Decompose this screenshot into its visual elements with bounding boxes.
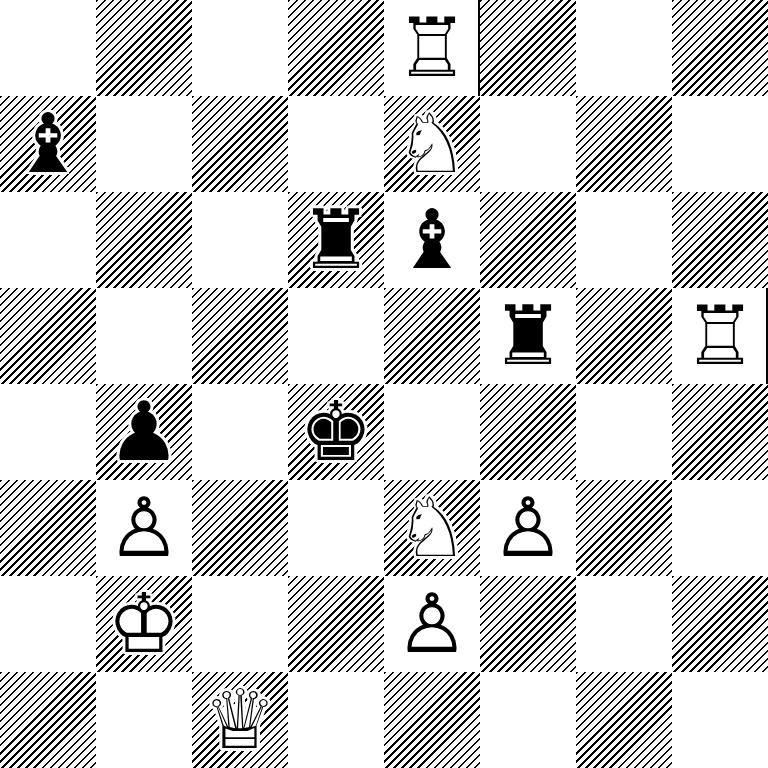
square-e1[interactable]: [384, 672, 480, 768]
black-king-icon: ♚: [288, 384, 384, 480]
white-pawn-icon: ♙: [480, 480, 576, 576]
square-e6[interactable]: ♝♝: [384, 192, 480, 288]
square-c6[interactable]: [192, 192, 288, 288]
square-f4[interactable]: [480, 384, 576, 480]
white-king-b2[interactable]: ♚♔: [96, 576, 192, 672]
square-b4[interactable]: ♟♟: [96, 384, 192, 480]
white-pawn-e2[interactable]: ♟♙: [384, 576, 480, 672]
square-b2[interactable]: ♚♔: [96, 576, 192, 672]
chess-board: ♜♖♝♝♞♘♜♜♝♝♜♜♜♖♟♟♚♚♟♙♞♘♟♙♚♔♟♙♛♕: [0, 0, 768, 768]
square-g5[interactable]: [576, 288, 672, 384]
black-bishop-icon: ♝: [0, 96, 96, 192]
square-h3[interactable]: [672, 480, 768, 576]
black-pawn-b4[interactable]: ♟♟: [96, 384, 192, 480]
white-rook-icon: ♖: [384, 0, 480, 96]
square-d1[interactable]: [288, 672, 384, 768]
square-e3[interactable]: ♞♘: [384, 480, 480, 576]
black-bishop-a7[interactable]: ♝♝: [0, 96, 96, 192]
white-queen-icon: ♕: [192, 672, 288, 768]
square-d2[interactable]: [288, 576, 384, 672]
white-rook-h5[interactable]: ♜♖: [672, 288, 768, 384]
white-knight-icon: ♘: [384, 96, 480, 192]
black-king-d4[interactable]: ♚♚: [288, 384, 384, 480]
square-a3[interactable]: [0, 480, 96, 576]
square-f1[interactable]: [480, 672, 576, 768]
square-e7[interactable]: ♞♘: [384, 96, 480, 192]
square-e5[interactable]: [384, 288, 480, 384]
square-f7[interactable]: [480, 96, 576, 192]
square-g6[interactable]: [576, 192, 672, 288]
square-b7[interactable]: [96, 96, 192, 192]
white-rook-icon: ♖: [672, 288, 768, 384]
square-h4[interactable]: [672, 384, 768, 480]
white-pawn-icon: ♙: [96, 480, 192, 576]
square-e8[interactable]: ♜♖: [384, 0, 480, 96]
square-g7[interactable]: [576, 96, 672, 192]
square-c2[interactable]: [192, 576, 288, 672]
white-knight-e7[interactable]: ♞♘: [384, 96, 480, 192]
square-h8[interactable]: [672, 0, 768, 96]
white-knight-icon: ♘: [384, 480, 480, 576]
square-d3[interactable]: [288, 480, 384, 576]
black-rook-f5[interactable]: ♜♜: [480, 288, 576, 384]
square-a2[interactable]: [0, 576, 96, 672]
square-a5[interactable]: [0, 288, 96, 384]
square-d8[interactable]: [288, 0, 384, 96]
black-rook-icon: ♜: [480, 288, 576, 384]
square-b5[interactable]: [96, 288, 192, 384]
square-e2[interactable]: ♟♙: [384, 576, 480, 672]
white-pawn-b3[interactable]: ♟♙: [96, 480, 192, 576]
white-pawn-icon: ♙: [384, 576, 480, 672]
square-d5[interactable]: [288, 288, 384, 384]
square-a4[interactable]: [0, 384, 96, 480]
black-bishop-icon: ♝: [384, 192, 480, 288]
square-f6[interactable]: [480, 192, 576, 288]
square-g1[interactable]: [576, 672, 672, 768]
square-b6[interactable]: [96, 192, 192, 288]
square-h2[interactable]: [672, 576, 768, 672]
square-d4[interactable]: ♚♚: [288, 384, 384, 480]
white-king-icon: ♔: [96, 576, 192, 672]
square-a1[interactable]: [0, 672, 96, 768]
square-a8[interactable]: [0, 0, 96, 96]
square-h7[interactable]: [672, 96, 768, 192]
square-g3[interactable]: [576, 480, 672, 576]
square-b3[interactable]: ♟♙: [96, 480, 192, 576]
square-h1[interactable]: [672, 672, 768, 768]
white-pawn-f3[interactable]: ♟♙: [480, 480, 576, 576]
square-g8[interactable]: [576, 0, 672, 96]
square-f2[interactable]: [480, 576, 576, 672]
square-f5[interactable]: ♜♜: [480, 288, 576, 384]
square-c4[interactable]: [192, 384, 288, 480]
white-queen-c1[interactable]: ♛♕: [192, 672, 288, 768]
square-f8[interactable]: [480, 0, 576, 96]
square-f3[interactable]: ♟♙: [480, 480, 576, 576]
square-b8[interactable]: [96, 0, 192, 96]
square-c8[interactable]: [192, 0, 288, 96]
square-a7[interactable]: ♝♝: [0, 96, 96, 192]
square-b1[interactable]: [96, 672, 192, 768]
square-g4[interactable]: [576, 384, 672, 480]
white-knight-e3[interactable]: ♞♘: [384, 480, 480, 576]
black-pawn-icon: ♟: [96, 384, 192, 480]
square-c3[interactable]: [192, 480, 288, 576]
black-rook-d6[interactable]: ♜♜: [288, 192, 384, 288]
black-rook-icon: ♜: [288, 192, 384, 288]
white-rook-e8[interactable]: ♜♖: [384, 0, 480, 96]
black-bishop-e6[interactable]: ♝♝: [384, 192, 480, 288]
square-d6[interactable]: ♜♜: [288, 192, 384, 288]
square-h6[interactable]: [672, 192, 768, 288]
square-d7[interactable]: [288, 96, 384, 192]
square-c5[interactable]: [192, 288, 288, 384]
square-h5[interactable]: ♜♖: [672, 288, 768, 384]
square-g2[interactable]: [576, 576, 672, 672]
square-c1[interactable]: ♛♕: [192, 672, 288, 768]
square-a6[interactable]: [0, 192, 96, 288]
square-e4[interactable]: [384, 384, 480, 480]
square-c7[interactable]: [192, 96, 288, 192]
